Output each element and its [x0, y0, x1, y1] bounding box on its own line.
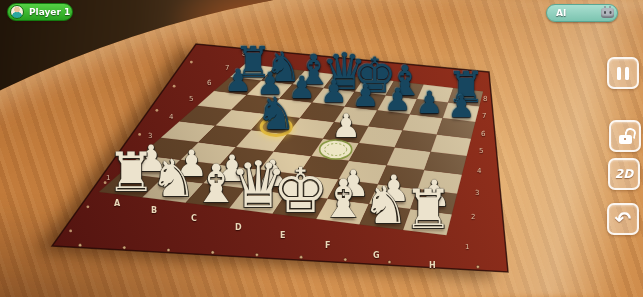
game-scene: ABCDEFGH1122334455667788 ♜♞♝♛♚♝♜♟♟♟♟♟♟♟♟…	[0, 0, 643, 297]
piece-black-pawn-f7[interactable]: ♟	[384, 84, 411, 115]
piece-white-rook-a1[interactable]: ♜	[107, 146, 156, 200]
player-avatar-icon	[10, 5, 24, 19]
piece-white-pawn-e5[interactable]: ♟	[332, 110, 361, 143]
player1-label: Player 1	[29, 7, 70, 17]
piece-white-knight-g1[interactable]: ♞	[362, 180, 408, 232]
undo-button[interactable]: ↶	[607, 203, 639, 235]
piece-black-pawn-a7[interactable]: ♟	[225, 65, 252, 96]
robot-icon	[601, 8, 614, 18]
piece-black-pawn-h7[interactable]: ♟	[448, 92, 475, 123]
open-padlock-icon	[619, 135, 632, 144]
piece-white-bishop-f1[interactable]: ♝	[319, 173, 366, 226]
piece-black-pawn-d7[interactable]: ♟	[320, 77, 347, 108]
undo-arrow-icon: ↶	[615, 209, 632, 229]
unlock-button[interactable]	[609, 120, 641, 152]
ai-label: AI	[556, 8, 566, 18]
2d-view-button[interactable]: 2D	[608, 158, 640, 190]
pause-icon	[617, 67, 629, 80]
piece-black-knight-c5[interactable]: ♞	[256, 92, 296, 137]
piece-white-knight-b1[interactable]: ♞	[150, 153, 196, 205]
ai-badge: AI	[546, 4, 618, 22]
pause-button[interactable]	[607, 57, 639, 89]
piece-black-pawn-g7[interactable]: ♟	[416, 88, 443, 119]
piece-white-rook-h1[interactable]: ♜	[404, 183, 453, 237]
player1-badge: Player 1	[7, 3, 73, 21]
